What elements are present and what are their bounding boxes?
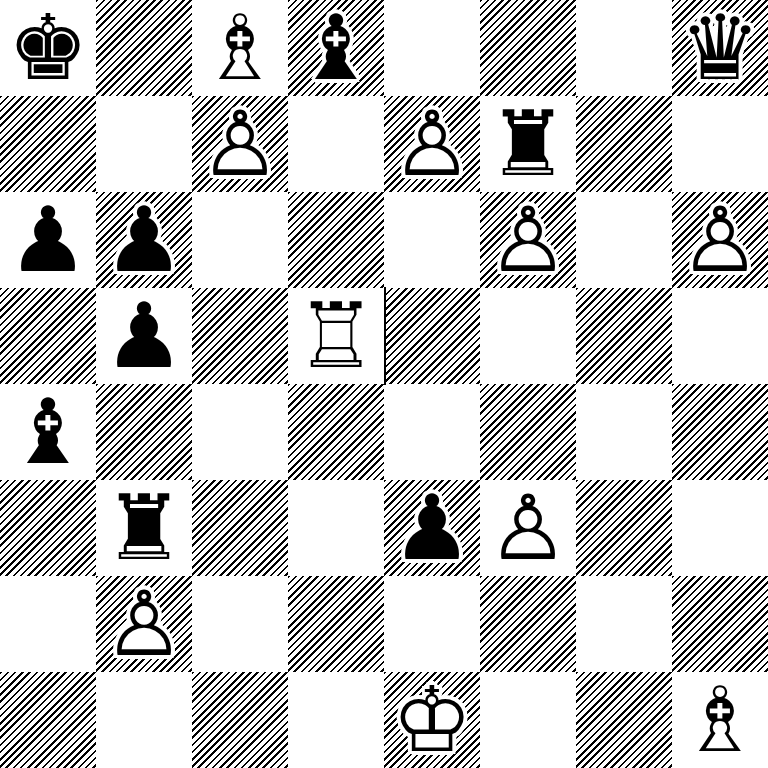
square-e2[interactable] [384, 576, 480, 672]
white-king: ♔ [384, 672, 480, 768]
piece-halo: ♟ [672, 192, 768, 288]
black-pawn: ♟ [0, 192, 96, 288]
black-bishop: ♝ [288, 0, 384, 96]
square-c7[interactable]: ♟♙ [192, 96, 288, 192]
square-f1[interactable] [480, 672, 576, 768]
square-e6[interactable] [384, 192, 480, 288]
square-f6[interactable]: ♟♙ [480, 192, 576, 288]
piece-halo: ♝ [192, 0, 288, 96]
square-c3[interactable] [192, 480, 288, 576]
square-a7[interactable] [0, 96, 96, 192]
square-f2[interactable] [480, 576, 576, 672]
stray-vertical-line [384, 287, 386, 385]
square-h1[interactable]: ♝♗ [672, 672, 768, 768]
square-e5[interactable] [384, 288, 480, 384]
piece-halo: ♚ [0, 0, 96, 96]
white-bishop: ♗ [192, 0, 288, 96]
square-f8[interactable] [480, 0, 576, 96]
square-f4[interactable] [480, 384, 576, 480]
square-a3[interactable] [0, 480, 96, 576]
black-rook: ♜ [96, 480, 192, 576]
square-d2[interactable] [288, 576, 384, 672]
white-pawn: ♙ [480, 192, 576, 288]
square-h3[interactable] [672, 480, 768, 576]
square-g2[interactable] [576, 576, 672, 672]
square-c1[interactable] [192, 672, 288, 768]
square-c2[interactable] [192, 576, 288, 672]
square-g7[interactable] [576, 96, 672, 192]
square-d6[interactable] [288, 192, 384, 288]
square-h5[interactable] [672, 288, 768, 384]
piece-halo: ♟ [480, 480, 576, 576]
black-bishop: ♝ [0, 384, 96, 480]
square-b5[interactable]: ♟♟ [96, 288, 192, 384]
piece-halo: ♝ [672, 672, 768, 768]
square-g3[interactable] [576, 480, 672, 576]
piece-halo: ♟ [96, 288, 192, 384]
square-d5[interactable]: ♜♖ [288, 288, 384, 384]
black-rook: ♜ [480, 96, 576, 192]
square-d8[interactable]: ♝♝ [288, 0, 384, 96]
white-pawn: ♙ [480, 480, 576, 576]
piece-halo: ♟ [96, 192, 192, 288]
square-h6[interactable]: ♟♙ [672, 192, 768, 288]
square-a5[interactable] [0, 288, 96, 384]
square-e1[interactable]: ♚♔ [384, 672, 480, 768]
square-c4[interactable] [192, 384, 288, 480]
piece-halo: ♝ [288, 0, 384, 96]
square-a2[interactable] [0, 576, 96, 672]
black-pawn: ♟ [384, 480, 480, 576]
piece-halo: ♟ [384, 96, 480, 192]
black-pawn: ♟ [96, 288, 192, 384]
square-d1[interactable] [288, 672, 384, 768]
square-d7[interactable] [288, 96, 384, 192]
white-rook: ♖ [288, 288, 384, 384]
square-e4[interactable] [384, 384, 480, 480]
chess-board: ♚♚♝♗♝♝♛♛♟♙♟♙♜♜♟♟♟♟♟♙♟♙♟♟♜♖♝♝♜♜♟♟♟♙♟♙♚♔♝♗ [0, 0, 768, 768]
square-c5[interactable] [192, 288, 288, 384]
piece-halo: ♜ [480, 96, 576, 192]
square-b4[interactable] [96, 384, 192, 480]
black-king: ♚ [0, 0, 96, 96]
square-f5[interactable] [480, 288, 576, 384]
square-h2[interactable] [672, 576, 768, 672]
square-b7[interactable] [96, 96, 192, 192]
square-g6[interactable] [576, 192, 672, 288]
white-pawn: ♙ [192, 96, 288, 192]
square-h8[interactable]: ♛♛ [672, 0, 768, 96]
white-pawn: ♙ [96, 576, 192, 672]
piece-halo: ♟ [480, 192, 576, 288]
white-pawn: ♙ [672, 192, 768, 288]
square-h4[interactable] [672, 384, 768, 480]
white-bishop: ♗ [672, 672, 768, 768]
piece-halo: ♜ [96, 480, 192, 576]
square-e7[interactable]: ♟♙ [384, 96, 480, 192]
square-e8[interactable] [384, 0, 480, 96]
square-b8[interactable] [96, 0, 192, 96]
square-a6[interactable]: ♟♟ [0, 192, 96, 288]
square-b3[interactable]: ♜♜ [96, 480, 192, 576]
piece-halo: ♛ [672, 0, 768, 96]
piece-halo: ♚ [384, 672, 480, 768]
square-a4[interactable]: ♝♝ [0, 384, 96, 480]
square-b2[interactable]: ♟♙ [96, 576, 192, 672]
square-d3[interactable] [288, 480, 384, 576]
square-d4[interactable] [288, 384, 384, 480]
piece-halo: ♟ [384, 480, 480, 576]
square-g8[interactable] [576, 0, 672, 96]
square-h7[interactable] [672, 96, 768, 192]
square-f7[interactable]: ♜♜ [480, 96, 576, 192]
square-c6[interactable] [192, 192, 288, 288]
square-g4[interactable] [576, 384, 672, 480]
square-g5[interactable] [576, 288, 672, 384]
piece-halo: ♜ [288, 288, 384, 384]
square-b1[interactable] [96, 672, 192, 768]
black-pawn: ♟ [96, 192, 192, 288]
white-pawn: ♙ [384, 96, 480, 192]
piece-halo: ♟ [0, 192, 96, 288]
square-a1[interactable] [0, 672, 96, 768]
black-queen: ♛ [672, 0, 768, 96]
square-c8[interactable]: ♝♗ [192, 0, 288, 96]
piece-halo: ♟ [96, 576, 192, 672]
piece-halo: ♟ [192, 96, 288, 192]
piece-halo: ♝ [0, 384, 96, 480]
square-g1[interactable] [576, 672, 672, 768]
square-e3[interactable]: ♟♟ [384, 480, 480, 576]
square-f3[interactable]: ♟♙ [480, 480, 576, 576]
square-b6[interactable]: ♟♟ [96, 192, 192, 288]
square-a8[interactable]: ♚♚ [0, 0, 96, 96]
